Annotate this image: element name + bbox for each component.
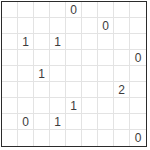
cell-r1c3[interactable]: [34, 2, 50, 18]
cell-r9c3[interactable]: [34, 130, 50, 146]
cell-r9c7[interactable]: [98, 130, 114, 146]
cell-r6c1[interactable]: [2, 82, 18, 98]
cell-r7c8[interactable]: [114, 98, 130, 114]
cell-r8c9[interactable]: [130, 114, 146, 130]
clue-cell-r5c3: 1: [34, 66, 50, 82]
cell-r1c6[interactable]: [82, 2, 98, 18]
cell-r3c3[interactable]: [34, 34, 50, 50]
cell-r2c1[interactable]: [2, 18, 18, 34]
cell-r9c6[interactable]: [82, 130, 98, 146]
clue-cell-r2c7: 0: [98, 18, 114, 34]
cell-r2c9[interactable]: [130, 18, 146, 34]
cell-r3c6[interactable]: [82, 34, 98, 50]
cell-r5c2[interactable]: [18, 66, 34, 82]
cell-r6c6[interactable]: [82, 82, 98, 98]
cell-r8c5[interactable]: [66, 114, 82, 130]
cell-r2c6[interactable]: [82, 18, 98, 34]
cell-r2c8[interactable]: [114, 18, 130, 34]
cell-r7c2[interactable]: [18, 98, 34, 114]
cell-r1c7[interactable]: [98, 2, 114, 18]
clue-cell-r8c2: 0: [18, 114, 34, 130]
cell-r7c3[interactable]: [34, 98, 50, 114]
cell-r8c1[interactable]: [2, 114, 18, 130]
cell-r5c4[interactable]: [50, 66, 66, 82]
cell-r1c4[interactable]: [50, 2, 66, 18]
cell-r5c6[interactable]: [82, 66, 98, 82]
cell-r1c8[interactable]: [114, 2, 130, 18]
cell-r8c8[interactable]: [114, 114, 130, 130]
cell-r3c7[interactable]: [98, 34, 114, 50]
cell-r7c9[interactable]: [130, 98, 146, 114]
cell-r9c5[interactable]: [66, 130, 82, 146]
cell-r5c8[interactable]: [114, 66, 130, 82]
cell-r4c6[interactable]: [82, 50, 98, 66]
cell-r6c5[interactable]: [66, 82, 82, 98]
clue-cell-r1c5: 0: [66, 2, 82, 18]
cell-r5c9[interactable]: [130, 66, 146, 82]
cell-r1c1[interactable]: [2, 2, 18, 18]
cell-r5c7[interactable]: [98, 66, 114, 82]
cell-r4c2[interactable]: [18, 50, 34, 66]
cell-r2c5[interactable]: [66, 18, 82, 34]
cell-r4c4[interactable]: [50, 50, 66, 66]
cell-r6c3[interactable]: [34, 82, 50, 98]
cell-r8c3[interactable]: [34, 114, 50, 130]
clue-cell-r3c2: 1: [18, 34, 34, 50]
puzzle-board: 00110121010: [1, 1, 147, 147]
cell-r5c1[interactable]: [2, 66, 18, 82]
cell-r3c5[interactable]: [66, 34, 82, 50]
cell-r3c8[interactable]: [114, 34, 130, 50]
cell-r9c2[interactable]: [18, 130, 34, 146]
clue-cell-r7c5: 1: [66, 98, 82, 114]
cell-r4c5[interactable]: [66, 50, 82, 66]
cell-r2c2[interactable]: [18, 18, 34, 34]
cell-r7c7[interactable]: [98, 98, 114, 114]
clue-cell-r8c4: 1: [50, 114, 66, 130]
cell-r6c7[interactable]: [98, 82, 114, 98]
cell-r4c7[interactable]: [98, 50, 114, 66]
clue-cell-r6c8: 2: [114, 82, 130, 98]
cell-r9c8[interactable]: [114, 130, 130, 146]
cell-r3c9[interactable]: [130, 34, 146, 50]
cell-r4c1[interactable]: [2, 50, 18, 66]
cell-r3c1[interactable]: [2, 34, 18, 50]
cell-r7c6[interactable]: [82, 98, 98, 114]
cell-r8c7[interactable]: [98, 114, 114, 130]
cell-r7c4[interactable]: [50, 98, 66, 114]
cell-r1c2[interactable]: [18, 2, 34, 18]
cell-r8c6[interactable]: [82, 114, 98, 130]
cell-r7c1[interactable]: [2, 98, 18, 114]
cell-r6c9[interactable]: [130, 82, 146, 98]
cell-r2c4[interactable]: [50, 18, 66, 34]
cell-r9c4[interactable]: [50, 130, 66, 146]
cell-r6c2[interactable]: [18, 82, 34, 98]
cell-r4c8[interactable]: [114, 50, 130, 66]
cell-r2c3[interactable]: [34, 18, 50, 34]
cell-r9c1[interactable]: [2, 130, 18, 146]
cell-r1c9[interactable]: [130, 2, 146, 18]
cell-r5c5[interactable]: [66, 66, 82, 82]
clue-cell-r4c9: 0: [130, 50, 146, 66]
cell-r4c3[interactable]: [34, 50, 50, 66]
cell-r6c4[interactable]: [50, 82, 66, 98]
clue-cell-r9c9: 0: [130, 130, 146, 146]
clue-cell-r3c4: 1: [50, 34, 66, 50]
